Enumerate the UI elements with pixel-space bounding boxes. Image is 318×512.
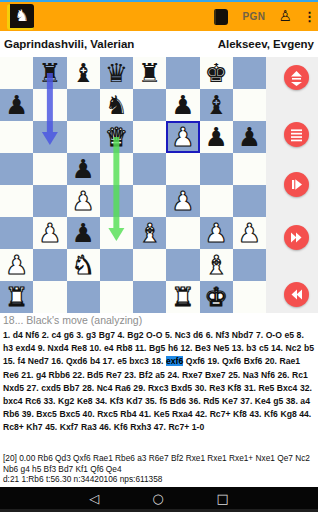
move-status-text: 18... Black's move (analyzing) xyxy=(3,314,142,326)
square-e5[interactable] xyxy=(133,153,166,185)
square-a7[interactable]: ♟ xyxy=(0,89,33,121)
square-a2[interactable]: ♟ xyxy=(0,249,33,281)
nav-recent-icon[interactable]: □ xyxy=(217,492,229,505)
square-c5[interactable]: ♟ xyxy=(67,153,100,185)
square-g5[interactable] xyxy=(200,153,233,185)
next-move-button[interactable] xyxy=(284,225,309,250)
current-move-highlight[interactable]: exf6 xyxy=(166,356,183,366)
black-pawn-g6: ♟ xyxy=(204,121,227,153)
square-a5[interactable] xyxy=(0,153,33,185)
square-d6[interactable]: ♛ xyxy=(100,121,133,153)
black-bishop-g7: ♝ xyxy=(204,89,227,121)
square-g8[interactable]: ♚ xyxy=(200,57,233,89)
square-f1[interactable]: ♜ xyxy=(166,281,199,313)
engine-stats-line: d:21 1:Rb6 t:56.30 n:34420106 nps:611358 xyxy=(3,474,316,485)
square-b2[interactable] xyxy=(33,249,66,281)
square-a1[interactable]: ♜ xyxy=(0,281,33,313)
square-g2[interactable]: ♝ xyxy=(200,249,233,281)
square-h1[interactable] xyxy=(233,281,266,313)
control-panel xyxy=(266,57,318,313)
square-b5[interactable] xyxy=(33,153,66,185)
square-b7[interactable] xyxy=(33,89,66,121)
square-b4[interactable] xyxy=(33,185,66,217)
nav-back-icon[interactable]: ◁ xyxy=(89,492,99,505)
square-h2[interactable] xyxy=(233,249,266,281)
white-rook-f1: ♜ xyxy=(171,281,194,313)
rew-icon xyxy=(288,286,305,303)
square-f4[interactable]: ♟ xyxy=(166,185,199,217)
white-pawn-b3: ♟ xyxy=(38,217,61,249)
white-rook-a1: ♜ xyxy=(5,281,28,313)
square-c4[interactable]: ♟ xyxy=(67,185,100,217)
white-pawn-a2: ♟ xyxy=(5,249,28,281)
move-list-button[interactable] xyxy=(284,122,309,147)
white-bishop-e3: ♝ xyxy=(138,217,161,249)
square-f2[interactable] xyxy=(166,249,199,281)
app-logo: ♞ xyxy=(7,4,34,30)
square-c6[interactable] xyxy=(67,121,100,153)
square-e2[interactable] xyxy=(133,249,166,281)
black-pawn-c3: ♟ xyxy=(71,217,94,249)
square-b8[interactable]: ♜ xyxy=(33,57,66,89)
black-king-g8: ♚ xyxy=(204,57,227,89)
square-g6[interactable]: ♟ xyxy=(200,121,233,153)
square-a4[interactable] xyxy=(0,185,33,217)
square-g3[interactable]: ♟ xyxy=(200,217,233,249)
open-book-icon[interactable] xyxy=(214,9,228,25)
square-h6[interactable]: ♟ xyxy=(233,121,266,153)
white-knight-c2: ♞ xyxy=(71,249,94,281)
black-knight-d7: ♞ xyxy=(105,89,128,121)
square-c2[interactable]: ♞ xyxy=(67,249,100,281)
square-c1[interactable] xyxy=(67,281,100,313)
step-icon xyxy=(288,176,305,193)
square-b6[interactable] xyxy=(33,121,66,153)
square-e4[interactable] xyxy=(133,185,166,217)
square-b1[interactable] xyxy=(33,281,66,313)
square-h8[interactable] xyxy=(233,57,266,89)
black-queen-d8: ♛ xyxy=(105,57,128,89)
black-pawn-f7: ♟ xyxy=(171,89,194,121)
square-d1[interactable] xyxy=(100,281,133,313)
square-c3[interactable]: ♟ xyxy=(67,217,100,249)
moves-after: Qxf6 19. Qxf6 Bxf6 20. Rae1 Re6 21. g4 R… xyxy=(3,356,312,432)
pgn-button[interactable]: PGN xyxy=(242,11,265,22)
black-pawn-c5: ♟ xyxy=(71,153,94,185)
player-names-bar: Gaprindashvili, Valerian Alekseev, Evgen… xyxy=(0,31,318,57)
logo-knight-icon: ♞ xyxy=(15,8,29,24)
board-area: ♜♝♛♜♚♟♞♟♝♛♟♟♟♟♟♟♟♟♝♟♟♟♞♝♜♜♚ xyxy=(0,57,318,313)
menu-icon xyxy=(288,126,305,143)
square-e1[interactable] xyxy=(133,281,166,313)
square-a6[interactable] xyxy=(0,121,33,153)
board[interactable]: ♜♝♛♜♚♟♞♟♝♛♟♟♟♟♟♟♟♟♝♟♟♟♞♝♜♜♚ xyxy=(0,57,266,313)
square-f8[interactable] xyxy=(166,57,199,89)
engine-play-button[interactable] xyxy=(284,172,309,197)
white-bishop-g2: ♝ xyxy=(204,249,227,281)
white-king-g1: ♚ xyxy=(204,281,227,313)
square-d8[interactable]: ♛ xyxy=(100,57,133,89)
ff-icon xyxy=(288,229,305,246)
previous-move-button[interactable] xyxy=(284,282,309,307)
white-player-name: Gaprindashvili, Valerian xyxy=(4,38,134,50)
square-e6[interactable] xyxy=(133,121,166,153)
engine-pv-line: [20] 0.00 Rb6 Qd3 Qxf6 Rae1 Rbe6 a3 R6e7… xyxy=(3,453,316,474)
black-pawn-a7: ♟ xyxy=(5,89,28,121)
nav-home-icon[interactable]: ○ xyxy=(152,492,163,505)
white-pawn-h3: ♟ xyxy=(238,217,261,249)
move-list[interactable]: 1. d4 Nf6 2. c4 g6 3. g3 Bg7 4. Bg2 O-O … xyxy=(3,329,316,435)
engine-output: [20] 0.00 Rb6 Qd3 Qxf6 Rae1 Rbe6 a3 R6e7… xyxy=(3,453,316,485)
square-g7[interactable]: ♝ xyxy=(200,89,233,121)
pawn-setup-icon[interactable]: ♙ xyxy=(279,9,292,24)
black-rook-b8: ♜ xyxy=(38,57,61,89)
square-a3[interactable] xyxy=(0,217,33,249)
square-d7[interactable]: ♞ xyxy=(100,89,133,121)
black-bishop-c8: ♝ xyxy=(71,57,94,89)
square-c7[interactable] xyxy=(67,89,100,121)
overflow-menu-icon[interactable]: ⋮ xyxy=(303,10,311,23)
flip-icon xyxy=(288,69,305,86)
square-e3[interactable]: ♝ xyxy=(133,217,166,249)
square-b3[interactable]: ♟ xyxy=(33,217,66,249)
square-c8[interactable]: ♝ xyxy=(67,57,100,89)
square-h5[interactable] xyxy=(233,153,266,185)
app-toolbar: ♞ PGN ♙ ⋮ xyxy=(0,2,318,31)
square-g4[interactable] xyxy=(200,185,233,217)
square-h7[interactable] xyxy=(233,89,266,121)
black-pawn-h6: ♟ xyxy=(238,121,261,153)
square-f7[interactable]: ♟ xyxy=(166,89,199,121)
white-pawn-f4: ♟ xyxy=(171,185,194,217)
square-g1[interactable]: ♚ xyxy=(200,281,233,313)
square-e8[interactable]: ♜ xyxy=(133,57,166,89)
white-pawn-g3: ♟ xyxy=(204,217,227,249)
square-d2[interactable] xyxy=(100,249,133,281)
white-queen-d6: ♛ xyxy=(105,121,128,153)
android-nav-bar: ◁ ○ □ xyxy=(0,487,318,512)
square-f6[interactable]: ♟ xyxy=(166,121,199,153)
square-e7[interactable] xyxy=(133,89,166,121)
square-d3[interactable] xyxy=(100,217,133,249)
black-player-name: Alekseev, Evgeny xyxy=(218,38,314,50)
flip-board-button[interactable] xyxy=(284,65,309,90)
square-h3[interactable]: ♟ xyxy=(233,217,266,249)
square-a8[interactable] xyxy=(0,57,33,89)
square-f5[interactable] xyxy=(166,153,199,185)
square-h4[interactable] xyxy=(233,185,266,217)
square-d5[interactable] xyxy=(100,153,133,185)
white-pawn-c4: ♟ xyxy=(71,185,94,217)
black-rook-e8: ♜ xyxy=(138,57,161,89)
white-pawn-f6: ♟ xyxy=(171,121,194,153)
square-f3[interactable] xyxy=(166,217,199,249)
square-d4[interactable] xyxy=(100,185,133,217)
